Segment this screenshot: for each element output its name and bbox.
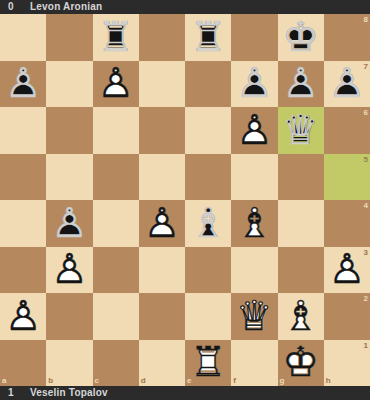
file-label-f: f <box>233 376 236 385</box>
file-label-c: c <box>95 376 99 385</box>
square-b8[interactable] <box>46 14 92 61</box>
rank-label-6: 6 <box>364 108 368 117</box>
square-d3[interactable] <box>139 247 185 294</box>
rank-label-5: 5 <box>364 155 368 164</box>
square-b3[interactable]: ♟♙ <box>46 247 92 294</box>
player-score-bottom: 1 <box>8 386 22 400</box>
square-g5[interactable] <box>278 154 324 201</box>
file-label-g: g <box>280 376 285 385</box>
rank-label-3: 3 <box>364 248 368 257</box>
square-a8[interactable] <box>0 14 46 61</box>
square-d8[interactable] <box>139 14 185 61</box>
square-c7[interactable]: ♟♙ <box>93 61 139 108</box>
square-e2[interactable] <box>185 293 231 340</box>
square-h5[interactable]: 5 <box>324 154 370 201</box>
player-score-top: 0 <box>8 0 22 14</box>
square-a2[interactable]: ♟♙ <box>0 293 46 340</box>
square-b5[interactable] <box>46 154 92 201</box>
file-label-a: a <box>2 376 6 385</box>
square-h4[interactable]: 4 <box>324 200 370 247</box>
square-e6[interactable] <box>185 107 231 154</box>
square-c8[interactable]: ♜♖ <box>93 14 139 61</box>
square-c6[interactable] <box>93 107 139 154</box>
square-e4[interactable]: ♝♗ <box>185 200 231 247</box>
file-label-d: d <box>141 376 146 385</box>
square-b1[interactable]: b <box>46 340 92 387</box>
square-h7[interactable]: ♟♙7 <box>324 61 370 108</box>
square-a7[interactable]: ♟♙ <box>0 61 46 108</box>
square-d1[interactable]: d <box>139 340 185 387</box>
square-c4[interactable] <box>93 200 139 247</box>
square-g8[interactable]: ♚♔ <box>278 14 324 61</box>
player-bar-top: 0 Levon Aronian <box>0 0 370 14</box>
square-h2[interactable]: 2 <box>324 293 370 340</box>
square-a4[interactable] <box>0 200 46 247</box>
square-h8[interactable]: 8 <box>324 14 370 61</box>
file-label-b: b <box>48 376 53 385</box>
square-b4[interactable]: ♟♙ <box>46 200 92 247</box>
square-d5[interactable] <box>139 154 185 201</box>
rank-label-8: 8 <box>364 15 368 24</box>
square-e7[interactable] <box>185 61 231 108</box>
square-g2[interactable]: ♝♗ <box>278 293 324 340</box>
rank-label-4: 4 <box>364 201 368 210</box>
chess-board: ♜♖♜♖♚♔8♟♙♟♙♟♙♟♙♟♙7♟♙♛♕65♟♙♟♙♝♗♝♗4♟♙♟♙3♟♙… <box>0 14 370 386</box>
square-f3[interactable] <box>231 247 277 294</box>
player-name-top: Levon Aronian <box>30 0 102 14</box>
square-e8[interactable]: ♜♖ <box>185 14 231 61</box>
square-c3[interactable] <box>93 247 139 294</box>
square-c1[interactable]: c <box>93 340 139 387</box>
square-e5[interactable] <box>185 154 231 201</box>
square-a1[interactable]: a <box>0 340 46 387</box>
chess-app-window: 0 Levon Aronian ♜♖♜♖♚♔8♟♙♟♙♟♙♟♙♟♙7♟♙♛♕65… <box>0 0 370 400</box>
square-b7[interactable] <box>46 61 92 108</box>
rank-label-1: 1 <box>364 341 368 350</box>
square-b6[interactable] <box>46 107 92 154</box>
square-a3[interactable] <box>0 247 46 294</box>
square-a6[interactable] <box>0 107 46 154</box>
square-f4[interactable]: ♝♗ <box>231 200 277 247</box>
square-c2[interactable] <box>93 293 139 340</box>
square-d2[interactable] <box>139 293 185 340</box>
square-h1[interactable]: 1h <box>324 340 370 387</box>
square-b2[interactable] <box>46 293 92 340</box>
file-label-e: e <box>187 376 191 385</box>
square-f5[interactable] <box>231 154 277 201</box>
square-c5[interactable] <box>93 154 139 201</box>
rank-label-2: 2 <box>364 294 368 303</box>
square-f7[interactable]: ♟♙ <box>231 61 277 108</box>
square-g1[interactable]: ♚♔g <box>278 340 324 387</box>
square-f1[interactable]: f <box>231 340 277 387</box>
square-a5[interactable] <box>0 154 46 201</box>
square-d6[interactable] <box>139 107 185 154</box>
square-d4[interactable]: ♟♙ <box>139 200 185 247</box>
rank-label-7: 7 <box>364 62 368 71</box>
square-g3[interactable] <box>278 247 324 294</box>
square-h6[interactable]: 6 <box>324 107 370 154</box>
square-g6[interactable]: ♛♕ <box>278 107 324 154</box>
square-e3[interactable] <box>185 247 231 294</box>
player-bar-bottom: 1 Veselin Topalov <box>0 386 370 400</box>
square-f6[interactable]: ♟♙ <box>231 107 277 154</box>
square-g7[interactable]: ♟♙ <box>278 61 324 108</box>
square-e1[interactable]: ♜♖e <box>185 340 231 387</box>
square-f2[interactable]: ♛♕ <box>231 293 277 340</box>
square-g4[interactable] <box>278 200 324 247</box>
square-h3[interactable]: ♟♙3 <box>324 247 370 294</box>
square-f8[interactable] <box>231 14 277 61</box>
square-d7[interactable] <box>139 61 185 108</box>
file-label-h: h <box>326 376 331 385</box>
player-name-bottom: Veselin Topalov <box>30 386 108 400</box>
